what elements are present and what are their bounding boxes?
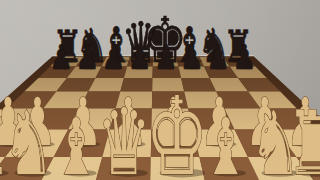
chess-photo-scene: ♜♞♝♛♚♝♞♜♟♟♟♟♟♟♟♟♟♟♟♟♟♟♟♟♜♞♝♛♚♝♞♜: [0, 0, 320, 180]
piece-black-pawn-f7: ♟: [180, 37, 204, 76]
piece-black-pawn-a7: ♟: [49, 37, 73, 76]
piece-black-pawn-c7: ♟: [102, 37, 126, 76]
piece-black-pawn-b7: ♟: [76, 37, 100, 76]
piece-white-knight-b1: ♞: [3, 92, 54, 180]
piece-black-pawn-h7: ♟: [232, 37, 256, 76]
piece-white-bishop-f1: ♝: [203, 102, 248, 180]
piece-white-queen-d1: ♛: [97, 89, 151, 180]
piece-black-pawn-g7: ♟: [206, 37, 230, 76]
piece-black-pawn-d7: ♟: [128, 37, 152, 76]
piece-black-pawn-e7: ♟: [154, 37, 178, 76]
piece-white-king-e1: ♚: [145, 73, 208, 180]
chessboard-photo: ♜♞♝♛♚♝♞♜♟♟♟♟♟♟♟♟♟♟♟♟♟♟♟♟♜♞♝♛♚♝♞♜: [0, 0, 320, 180]
piece-white-bishop-c1: ♝: [53, 102, 98, 180]
piece-white-rook-h1: ♜: [287, 92, 320, 180]
